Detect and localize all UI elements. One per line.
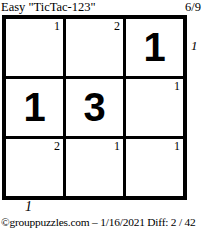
progress-count: 6/9 — [185, 1, 201, 14]
cell-r1c0[interactable]: 1 — [6, 79, 63, 136]
cell-value — [126, 139, 183, 196]
cell-value — [66, 139, 123, 196]
copyright-footer: ©grouppuzzles.com – 1/16/2021 Diff: 2 / … — [1, 215, 201, 229]
col-marker-bottom-0: 1 — [25, 199, 32, 214]
tictac123-puzzle-page: Easy "TicTac-123" 6/9 1 2 1 1 3 1 2 — [0, 0, 202, 232]
cell-value: 1 — [6, 79, 63, 136]
cell-r1c1[interactable]: 3 — [66, 79, 123, 136]
board-grid: 1 2 1 1 3 1 2 1 — [2, 15, 187, 200]
cell-r2c2[interactable]: 1 — [126, 139, 183, 196]
cell-value — [6, 19, 63, 76]
puzzle-title: Easy "TicTac-123" — [1, 1, 96, 14]
row-marker-right-0: 1 — [191, 39, 198, 53]
cell-r0c0[interactable]: 1 — [6, 19, 63, 76]
cell-value — [6, 139, 63, 196]
cell-r2c0[interactable]: 2 — [6, 139, 63, 196]
cell-value — [126, 79, 183, 136]
cell-value: 1 — [126, 19, 183, 76]
header: Easy "TicTac-123" 6/9 — [1, 0, 201, 14]
cell-r2c1[interactable]: 1 — [66, 139, 123, 196]
cell-r1c2[interactable]: 1 — [126, 79, 183, 136]
cell-r0c1[interactable]: 2 — [66, 19, 123, 76]
cell-value: 3 — [66, 79, 123, 136]
cell-value — [66, 19, 123, 76]
cell-r0c2[interactable]: 1 — [126, 19, 183, 76]
